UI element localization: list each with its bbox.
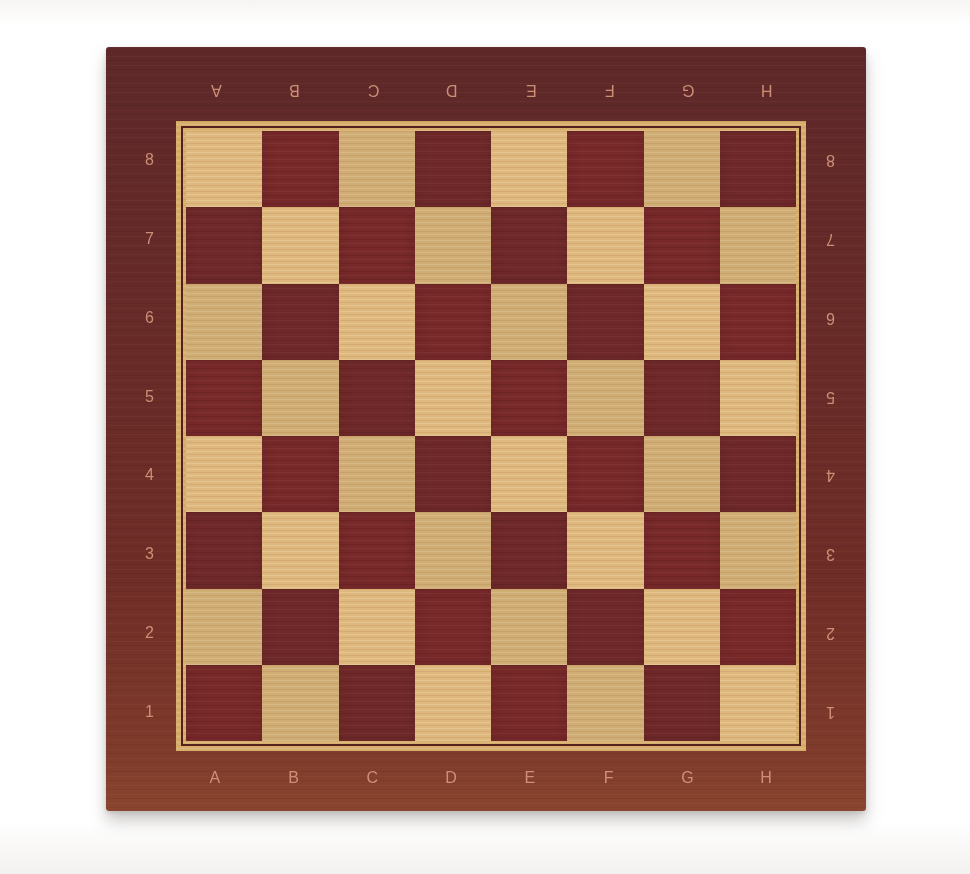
rank-label-left-4: 4 <box>145 466 155 484</box>
square-d3[interactable] <box>415 512 491 588</box>
rank-label-left-1: 1 <box>145 703 155 721</box>
square-f1[interactable] <box>567 665 643 741</box>
square-a5[interactable] <box>186 360 262 436</box>
board-frame <box>176 121 806 751</box>
square-c6[interactable] <box>339 284 415 360</box>
square-f4[interactable] <box>567 436 643 512</box>
square-b1[interactable] <box>262 665 338 741</box>
file-label-bottom-g: G <box>681 769 694 787</box>
rank-label-left-5: 5 <box>145 388 155 406</box>
square-e3[interactable] <box>491 512 567 588</box>
square-h2[interactable] <box>720 589 796 665</box>
square-e6[interactable] <box>491 284 567 360</box>
file-label-bottom-c: C <box>367 769 380 787</box>
file-label-bottom-d: D <box>445 769 458 787</box>
rank-label-right-3: 3 <box>825 545 835 563</box>
square-a2[interactable] <box>186 589 262 665</box>
square-b4[interactable] <box>262 436 338 512</box>
file-labels-bottom: ABCDEFGH <box>176 761 806 795</box>
file-label-bottom-f: F <box>604 769 615 787</box>
square-g8[interactable] <box>644 131 720 207</box>
square-g4[interactable] <box>644 436 720 512</box>
square-b6[interactable] <box>262 284 338 360</box>
rank-label-left-3: 3 <box>145 545 155 563</box>
board-grid <box>186 131 796 741</box>
square-b3[interactable] <box>262 512 338 588</box>
rank-label-right-4: 4 <box>825 466 835 484</box>
file-label-top-c: C <box>367 81 380 99</box>
square-f5[interactable] <box>567 360 643 436</box>
square-f8[interactable] <box>567 131 643 207</box>
file-label-top-g: G <box>681 81 694 99</box>
square-h5[interactable] <box>720 360 796 436</box>
file-label-top-d: D <box>445 81 458 99</box>
square-b7[interactable] <box>262 207 338 283</box>
file-labels-top: ABCDEFGH <box>176 73 806 107</box>
file-label-bottom-a: A <box>210 769 222 787</box>
square-e5[interactable] <box>491 360 567 436</box>
square-a4[interactable] <box>186 436 262 512</box>
file-label-top-h: H <box>760 81 773 99</box>
square-g7[interactable] <box>644 207 720 283</box>
square-d6[interactable] <box>415 284 491 360</box>
square-b5[interactable] <box>262 360 338 436</box>
square-g1[interactable] <box>644 665 720 741</box>
rank-label-right-8: 8 <box>825 151 835 169</box>
file-label-bottom-e: E <box>525 769 537 787</box>
square-h8[interactable] <box>720 131 796 207</box>
chessboard: ABCDEFGH 87654321 87654321 ABCDEFGH <box>106 47 866 811</box>
square-a3[interactable] <box>186 512 262 588</box>
square-c7[interactable] <box>339 207 415 283</box>
square-c2[interactable] <box>339 589 415 665</box>
square-a6[interactable] <box>186 284 262 360</box>
rank-label-left-7: 7 <box>145 230 155 248</box>
rank-label-right-1: 1 <box>825 703 835 721</box>
square-d1[interactable] <box>415 665 491 741</box>
square-b2[interactable] <box>262 589 338 665</box>
rank-label-left-2: 2 <box>145 624 155 642</box>
square-h4[interactable] <box>720 436 796 512</box>
rank-labels-left: 87654321 <box>132 121 168 751</box>
square-g2[interactable] <box>644 589 720 665</box>
board-pinstripe <box>181 126 801 746</box>
square-d2[interactable] <box>415 589 491 665</box>
square-h6[interactable] <box>720 284 796 360</box>
square-e8[interactable] <box>491 131 567 207</box>
square-d5[interactable] <box>415 360 491 436</box>
rank-label-left-8: 8 <box>145 151 155 169</box>
square-e1[interactable] <box>491 665 567 741</box>
square-d7[interactable] <box>415 207 491 283</box>
square-f3[interactable] <box>567 512 643 588</box>
square-g6[interactable] <box>644 284 720 360</box>
square-a8[interactable] <box>186 131 262 207</box>
square-e7[interactable] <box>491 207 567 283</box>
square-e2[interactable] <box>491 589 567 665</box>
square-c4[interactable] <box>339 436 415 512</box>
square-h1[interactable] <box>720 665 796 741</box>
square-e4[interactable] <box>491 436 567 512</box>
rank-label-right-5: 5 <box>825 388 835 406</box>
square-h3[interactable] <box>720 512 796 588</box>
rank-label-right-2: 2 <box>825 624 835 642</box>
square-f6[interactable] <box>567 284 643 360</box>
square-c1[interactable] <box>339 665 415 741</box>
square-g5[interactable] <box>644 360 720 436</box>
rank-label-left-6: 6 <box>145 309 155 327</box>
square-g3[interactable] <box>644 512 720 588</box>
square-a1[interactable] <box>186 665 262 741</box>
square-h7[interactable] <box>720 207 796 283</box>
square-f2[interactable] <box>567 589 643 665</box>
square-c8[interactable] <box>339 131 415 207</box>
file-label-top-e: E <box>525 81 537 99</box>
rank-label-right-7: 7 <box>825 230 835 248</box>
square-a7[interactable] <box>186 207 262 283</box>
file-label-top-b: B <box>288 81 300 99</box>
rank-label-right-6: 6 <box>825 309 835 327</box>
file-label-top-a: A <box>210 81 222 99</box>
rank-labels-right: 87654321 <box>812 121 848 751</box>
square-f7[interactable] <box>567 207 643 283</box>
square-b8[interactable] <box>262 131 338 207</box>
file-label-bottom-b: B <box>288 769 300 787</box>
square-d8[interactable] <box>415 131 491 207</box>
square-c3[interactable] <box>339 512 415 588</box>
file-label-top-f: F <box>604 81 615 99</box>
file-label-bottom-h: H <box>760 769 773 787</box>
square-c5[interactable] <box>339 360 415 436</box>
square-d4[interactable] <box>415 436 491 512</box>
